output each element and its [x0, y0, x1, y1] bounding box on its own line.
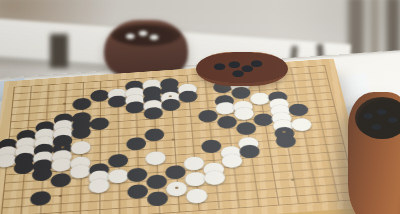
capture-lid: ●●●●● — [196, 52, 288, 86]
goban-wrapper: ●●●●●●●●●●●●●●●●●●●●●●●●●●●●●●●●●●●●●●●●… — [0, 70, 366, 214]
black-stone-bowl-interior: ●●●● — [355, 97, 400, 139]
goban: ●●●●●●●●●●●●●●●●●●●●●●●●●●●●●●●●●●●●●●●●… — [0, 58, 372, 214]
white-stone-bowl-interior: ●●● — [111, 24, 181, 46]
go-game-photo: ●●● ●●●●●●●●●●●●●●●●●●●●●●●●●●●●●●●●●●●●… — [0, 0, 400, 214]
black-stone-bowl: ●●●● — [348, 92, 400, 214]
table-leg — [50, 34, 68, 68]
board-light-sheen — [0, 58, 372, 214]
